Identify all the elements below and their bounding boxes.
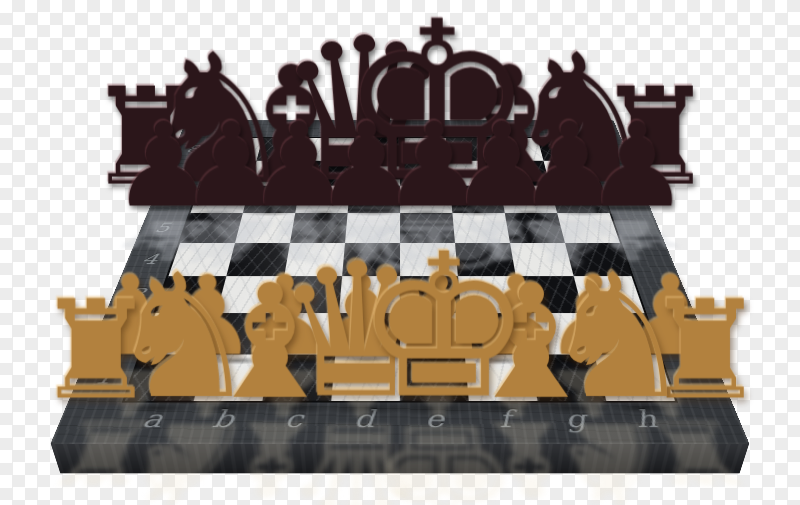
chess-board: abcdefgh87654321♜♜♞♞♝♝♛♛♚♚♝♝♞♞♜♜♟♟♟♟♟♟♟♟… (51, 120, 749, 443)
piece-reflection: ♜ (491, 408, 800, 496)
black-pawn-h7[interactable]: ♟ (494, 107, 780, 223)
white-king-e1[interactable]: ♚ (254, 227, 633, 426)
transparent-canvas: abcdefgh87654321♜♜♞♞♝♝♛♛♚♚♝♝♞♞♜♜♟♟♟♟♟♟♟♟… (0, 0, 800, 505)
